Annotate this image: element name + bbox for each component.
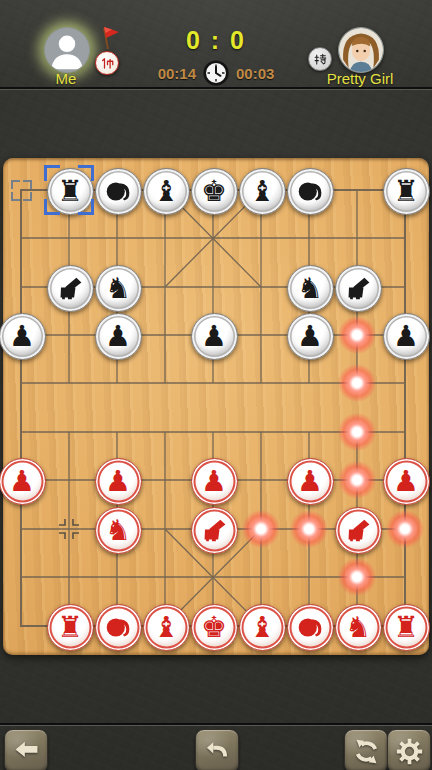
cannon-glyph bbox=[200, 516, 229, 545]
pawn-glyph: ♟ bbox=[393, 467, 419, 496]
gear-icon bbox=[396, 738, 423, 765]
elephant-glyph bbox=[104, 177, 133, 206]
panel-seam-bottom bbox=[0, 723, 432, 727]
horse-glyph: ♞ bbox=[105, 516, 131, 545]
rook-glyph: ♜ bbox=[393, 613, 419, 642]
move-hint-dot[interactable] bbox=[338, 364, 376, 402]
rook-glyph: ♜ bbox=[57, 177, 83, 206]
right-player-timer: 00:03 bbox=[236, 65, 274, 82]
piece-red-pawn[interactable]: ♟ bbox=[95, 458, 142, 505]
move-hint-dot[interactable] bbox=[338, 558, 376, 596]
right-player-avatar[interactable] bbox=[338, 27, 384, 73]
girl-portrait bbox=[339, 28, 383, 72]
advisor-glyph: ♝ bbox=[153, 613, 179, 642]
pawn-glyph: ♟ bbox=[297, 322, 323, 351]
board[interactable]: ♜♝♚♝♜♞♞♟♟♟♟♟♟♟♟♟♟♞♜♝♚♝♞♜ bbox=[3, 158, 429, 655]
elephant-glyph bbox=[296, 613, 325, 642]
horse-glyph: ♞ bbox=[345, 613, 371, 642]
undo-button[interactable] bbox=[195, 729, 239, 770]
elephant-glyph bbox=[296, 177, 325, 206]
move-hint-dot[interactable] bbox=[290, 510, 328, 548]
move-hint-dot[interactable] bbox=[338, 413, 376, 451]
rook-glyph: ♜ bbox=[57, 613, 83, 642]
pawn-glyph: ♟ bbox=[105, 322, 131, 351]
king-glyph: ♚ bbox=[201, 177, 227, 206]
pawn-glyph: ♟ bbox=[201, 467, 227, 496]
piece-red-cannon[interactable] bbox=[191, 507, 238, 554]
piece-black-elephant[interactable] bbox=[287, 168, 334, 215]
piece-black-cannon[interactable] bbox=[47, 265, 94, 312]
advisor-glyph: ♝ bbox=[153, 177, 179, 206]
advisor-glyph: ♝ bbox=[249, 177, 275, 206]
advisor-glyph: ♝ bbox=[249, 613, 275, 642]
piece-red-rook[interactable]: ♜ bbox=[383, 604, 430, 651]
piece-red-rook[interactable]: ♜ bbox=[47, 604, 94, 651]
back-arrow-icon bbox=[13, 738, 40, 765]
piece-red-horse[interactable]: ♞ bbox=[335, 604, 382, 651]
piece-red-king[interactable]: ♚ bbox=[191, 604, 238, 651]
pawn-glyph: ♟ bbox=[105, 467, 131, 496]
horse-glyph: ♞ bbox=[297, 274, 323, 303]
piece-red-pawn[interactable]: ♟ bbox=[287, 458, 334, 505]
piece-red-advisor[interactable]: ♝ bbox=[239, 604, 286, 651]
left-player-timer: 00:14 bbox=[158, 65, 196, 82]
move-hint-dot[interactable] bbox=[242, 510, 280, 548]
clock-icon bbox=[203, 60, 229, 86]
piece-red-cannon[interactable] bbox=[335, 507, 382, 554]
pawn-glyph: ♟ bbox=[201, 322, 227, 351]
move-hint-dot[interactable] bbox=[386, 510, 424, 548]
piece-black-advisor[interactable]: ♝ bbox=[239, 168, 286, 215]
piece-black-pawn[interactable]: ♟ bbox=[95, 313, 142, 360]
pawn-glyph: ♟ bbox=[9, 322, 35, 351]
piece-red-advisor[interactable]: ♝ bbox=[143, 604, 190, 651]
move-hint-dot[interactable] bbox=[338, 316, 376, 354]
move-hint-dot[interactable] bbox=[338, 461, 376, 499]
piece-black-elephant[interactable] bbox=[95, 168, 142, 215]
piece-black-pawn[interactable]: ♟ bbox=[0, 313, 46, 360]
rotate-icon bbox=[353, 738, 380, 765]
pawn-glyph: ♟ bbox=[9, 467, 35, 496]
elephant-glyph bbox=[104, 613, 133, 642]
horse-glyph: ♞ bbox=[105, 274, 131, 303]
king-glyph: ♚ bbox=[201, 613, 227, 642]
piece-red-pawn[interactable]: ♟ bbox=[383, 458, 430, 505]
piece-red-pawn[interactable]: ♟ bbox=[0, 458, 46, 505]
back-button[interactable] bbox=[4, 729, 48, 770]
cannon-glyph bbox=[344, 516, 373, 545]
piece-black-horse[interactable]: ♞ bbox=[95, 265, 142, 312]
cannon-glyph bbox=[56, 274, 85, 303]
piece-black-rook[interactable]: ♜ bbox=[47, 168, 94, 215]
piece-black-rook[interactable]: ♜ bbox=[383, 168, 430, 215]
piece-red-pawn[interactable]: ♟ bbox=[191, 458, 238, 505]
piece-black-advisor[interactable]: ♝ bbox=[143, 168, 190, 215]
piece-red-horse[interactable]: ♞ bbox=[95, 507, 142, 554]
rook-glyph: ♜ bbox=[393, 177, 419, 206]
piece-black-king[interactable]: ♚ bbox=[191, 168, 238, 215]
pawn-glyph: ♟ bbox=[297, 467, 323, 496]
piece-black-horse[interactable]: ♞ bbox=[287, 265, 334, 312]
black-general-badge bbox=[308, 47, 332, 71]
settings-button[interactable] bbox=[387, 729, 431, 770]
flip-board-button[interactable] bbox=[344, 729, 388, 770]
piece-black-pawn[interactable]: ♟ bbox=[287, 313, 334, 360]
piece-black-pawn[interactable]: ♟ bbox=[191, 313, 238, 360]
piece-red-elephant[interactable] bbox=[287, 604, 334, 651]
piece-black-pawn[interactable]: ♟ bbox=[383, 313, 430, 360]
pawn-glyph: ♟ bbox=[393, 322, 419, 351]
cannon-glyph bbox=[344, 274, 373, 303]
piece-red-elephant[interactable] bbox=[95, 604, 142, 651]
header: Me 0 : 0 00:14 00:03 Pretty Girl bbox=[0, 0, 432, 88]
piece-black-cannon[interactable] bbox=[335, 265, 382, 312]
right-player-name: Pretty Girl bbox=[327, 70, 394, 87]
undo-icon bbox=[204, 738, 231, 765]
